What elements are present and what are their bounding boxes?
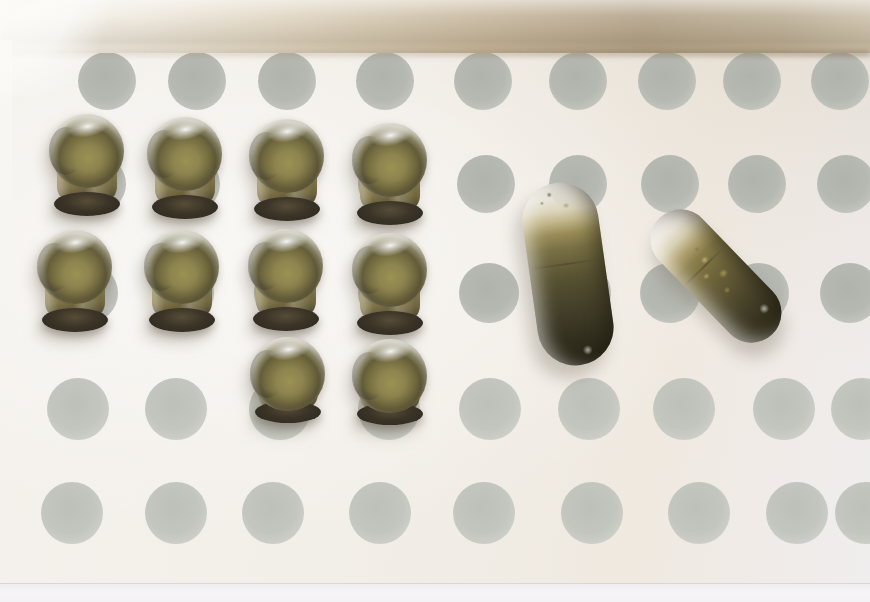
tray-hole-r1c3 xyxy=(258,52,316,110)
standing-capsule-2 xyxy=(142,117,228,221)
tray-hole-r4c6 xyxy=(558,378,620,440)
standing-capsule-4 xyxy=(347,123,433,227)
standing-capsule-10 xyxy=(347,339,433,429)
tray-hole-r1c2 xyxy=(168,52,226,110)
capsule-base-ring xyxy=(149,308,215,332)
capsule-base-ring xyxy=(42,308,108,332)
capsule-dome-cap xyxy=(251,337,325,411)
tray-hole-r3c9 xyxy=(820,263,870,323)
capsule-dome-cap xyxy=(250,119,324,193)
tray-left-rim xyxy=(0,40,12,230)
tray-hole-r2c8 xyxy=(728,155,786,213)
capsule-base-ring xyxy=(254,197,320,221)
capsule-dome-cap xyxy=(353,123,427,197)
tray-hole-r1c9 xyxy=(811,52,869,110)
tray-hole-r4c7 xyxy=(653,378,715,440)
capsule-dome-cap xyxy=(145,230,219,304)
standing-capsule-6 xyxy=(139,230,225,334)
tray-hole-r5c3 xyxy=(242,482,304,544)
capsule-dome-cap xyxy=(38,230,112,304)
tray-hole-r5c5 xyxy=(453,482,515,544)
tray-hole-r5c4 xyxy=(349,482,411,544)
lying-capsule-1 xyxy=(518,178,619,371)
tray-hole-r1c7 xyxy=(638,52,696,110)
tray-hole-r5c2 xyxy=(145,482,207,544)
standing-capsule-9 xyxy=(245,337,331,427)
tray-hole-r5c8 xyxy=(766,482,828,544)
standing-capsule-8 xyxy=(347,233,433,337)
standing-capsule-5 xyxy=(32,230,118,334)
standing-capsule-1 xyxy=(44,114,130,218)
tray-hole-r4c2 xyxy=(145,378,207,440)
tray-hole-r2c9 xyxy=(817,155,870,213)
tray-hole-r1c1 xyxy=(78,52,136,110)
capsule-dome-cap xyxy=(353,339,427,413)
capsule-seam xyxy=(685,245,726,285)
capsule-base-ring xyxy=(357,311,423,335)
tray-hole-r5c7 xyxy=(668,482,730,544)
capsule-dome-cap xyxy=(353,233,427,307)
tray-hole-r1c8 xyxy=(723,52,781,110)
capsule-dome-cap xyxy=(249,229,323,303)
tray-hole-r2c5 xyxy=(457,155,515,213)
capsule-tip-highlight xyxy=(582,344,593,355)
standing-capsule-3 xyxy=(244,119,330,223)
tray-hole-r4c5 xyxy=(459,378,521,440)
tray-hole-r3c5 xyxy=(459,263,519,323)
capsule-base-ring xyxy=(152,195,218,219)
tray-hole-r4c1 xyxy=(47,378,109,440)
tray-hole-r4c9 xyxy=(831,378,870,440)
tray-hole-r1c6 xyxy=(549,52,607,110)
tray-bottom-rim xyxy=(0,583,870,602)
tray-hole-r5c6 xyxy=(561,482,623,544)
standing-capsule-7 xyxy=(243,229,329,333)
capsule-seam xyxy=(532,258,602,270)
tray-hole-r5c9 xyxy=(835,482,870,544)
tray-hole-r1c5 xyxy=(454,52,512,110)
capsule-base-ring xyxy=(54,192,120,216)
capsule-base-ring xyxy=(253,307,319,331)
tray-hole-r2c7 xyxy=(641,155,699,213)
tray-hole-r4c8 xyxy=(753,378,815,440)
capsule-tip-highlight xyxy=(757,301,771,315)
capsule-tray-photo: Overhead photograph of twelve two-piece … xyxy=(0,0,870,602)
tray-top-rim xyxy=(0,0,870,53)
tray-hole-r1c4 xyxy=(356,52,414,110)
capsule-dome-cap xyxy=(50,114,124,188)
capsule-base-ring xyxy=(357,201,423,225)
tray-hole-r5c1 xyxy=(41,482,103,544)
capsule-dome-cap xyxy=(148,117,222,191)
